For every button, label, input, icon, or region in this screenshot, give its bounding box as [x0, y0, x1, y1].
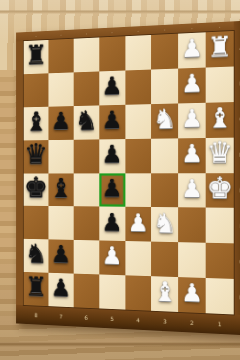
square-h6[interactable] — [73, 274, 99, 309]
piece-black-pawn-g7[interactable]: ♟ — [51, 243, 71, 267]
square-c1[interactable]: ♝ — [206, 102, 234, 138]
square-g2[interactable] — [178, 242, 205, 278]
square-h5[interactable] — [99, 275, 125, 310]
square-e4[interactable] — [125, 173, 151, 207]
piece-black-pawn-c7[interactable]: ♟ — [51, 109, 71, 133]
square-a1[interactable]: ♜ — [206, 31, 234, 67]
piece-white-rook-a1[interactable]: ♜ — [207, 33, 232, 62]
piece-black-king-e8[interactable]: ♚ — [24, 174, 48, 202]
chess-app-screen: ♜♟♜♟♟♝♟♞♟♞♟♝♛♟♟♛♚♝♟♟♚♟♟♞♞♟♟♜♟♝♟ BEGINNER… — [0, 0, 240, 360]
file-label-right-B: B — [237, 80, 240, 87]
piece-white-pawn-a2[interactable]: ♟ — [181, 36, 203, 62]
square-g6[interactable] — [73, 240, 99, 274]
square-f6[interactable] — [73, 207, 99, 241]
piece-white-bishop-h3[interactable]: ♝ — [153, 278, 177, 306]
square-d8[interactable]: ♛ — [24, 140, 49, 173]
square-d5[interactable]: ♟ — [99, 139, 125, 173]
chess-board-grid[interactable]: ♜♟♜♟♟♝♟♞♟♞♟♝♛♟♟♛♚♝♟♟♚♟♟♞♞♟♟♜♟♝♟ — [24, 31, 234, 315]
piece-black-pawn-d5[interactable]: ♟ — [101, 142, 122, 166]
file-label-right-D: D — [237, 151, 240, 158]
frame-mark-top-2: · — [57, 32, 64, 38]
rank-label-bottom-8: 8 — [31, 312, 41, 319]
square-g8[interactable]: ♞ — [24, 239, 49, 273]
square-a8[interactable]: ♜ — [24, 40, 49, 74]
square-b2[interactable]: ♟ — [178, 67, 205, 103]
piece-white-pawn-e2[interactable]: ♟ — [181, 176, 203, 201]
frame-mark-top-6: · — [161, 27, 168, 33]
square-a2[interactable]: ♟ — [178, 32, 205, 68]
square-g7[interactable]: ♟ — [48, 240, 73, 274]
square-e8[interactable]: ♚ — [24, 173, 49, 206]
piece-black-queen-d8[interactable]: ♛ — [24, 140, 48, 168]
square-e6[interactable] — [73, 173, 99, 207]
square-e5[interactable]: ♟ — [99, 173, 125, 207]
piece-black-knight-g8[interactable]: ♞ — [25, 241, 47, 268]
rank-label-bottom-4: 4 — [133, 316, 144, 323]
rank-label-bottom-6: 6 — [81, 314, 92, 321]
frame-mark-top-7: · — [188, 25, 196, 31]
square-c5[interactable]: ♟ — [99, 105, 125, 140]
piece-white-pawn-b2[interactable]: ♟ — [181, 71, 203, 96]
piece-black-pawn-e5[interactable]: ♟ — [101, 176, 122, 200]
piece-white-pawn-g5[interactable]: ♟ — [101, 244, 122, 269]
square-c2[interactable]: ♟ — [178, 103, 205, 138]
square-a4[interactable] — [125, 35, 151, 70]
frame-mark-top-4: · — [108, 29, 115, 35]
file-label-right-A: A — [237, 44, 240, 51]
square-b3[interactable] — [151, 68, 178, 103]
frame-mark-top-1: · — [33, 33, 40, 39]
square-h7[interactable]: ♟ — [48, 273, 73, 307]
square-e2[interactable]: ♟ — [178, 173, 205, 208]
square-c4[interactable] — [125, 104, 151, 139]
file-label-right-F: F — [237, 222, 240, 229]
piece-white-king-e1[interactable]: ♚ — [206, 173, 233, 203]
frame-mark-top-3: · — [83, 31, 90, 37]
square-d3[interactable] — [151, 138, 178, 173]
square-b5[interactable]: ♟ — [99, 70, 125, 105]
square-h4[interactable] — [125, 275, 151, 310]
square-f1[interactable] — [206, 208, 234, 244]
frame-mark-top-8: · — [216, 24, 224, 30]
square-b1[interactable] — [206, 66, 234, 102]
square-g4[interactable] — [125, 241, 151, 276]
square-f3[interactable]: ♞ — [151, 207, 178, 242]
square-h1[interactable] — [206, 278, 234, 314]
rank-label-bottom-5: 5 — [107, 315, 118, 322]
square-f7[interactable] — [48, 206, 73, 240]
file-label-right-E: E — [237, 187, 240, 194]
piece-black-knight-c6[interactable]: ♞ — [75, 107, 98, 134]
square-c7[interactable]: ♟ — [48, 106, 73, 140]
piece-black-pawn-h7[interactable]: ♟ — [51, 276, 71, 300]
rank-label-bottom-7: 7 — [56, 313, 66, 320]
square-h2[interactable]: ♟ — [178, 277, 205, 313]
rank-label-bottom-3: 3 — [159, 318, 170, 325]
square-a6[interactable] — [73, 37, 99, 72]
piece-white-pawn-c2[interactable]: ♟ — [181, 106, 203, 131]
square-f5[interactable]: ♟ — [99, 207, 125, 241]
square-g3[interactable] — [151, 242, 178, 277]
square-f2[interactable] — [178, 208, 205, 243]
square-d6[interactable] — [73, 139, 99, 173]
square-e7[interactable]: ♝ — [48, 173, 73, 207]
piece-white-bishop-c1[interactable]: ♝ — [207, 104, 232, 132]
file-label-right-C: C — [237, 115, 240, 122]
board-3d-wrapper: ♜♟♜♟♟♝♟♞♟♞♟♝♛♟♟♛♚♝♟♟♚♟♟♞♞♟♟♜♟♝♟ BEGINNER… — [16, 20, 240, 335]
square-d7[interactable] — [48, 139, 73, 173]
piece-white-queen-d1[interactable]: ♛ — [206, 138, 233, 168]
square-h3[interactable]: ♝ — [151, 276, 178, 312]
square-b7[interactable] — [48, 72, 73, 106]
square-e1[interactable]: ♚ — [206, 173, 234, 208]
square-a5[interactable] — [99, 36, 125, 71]
square-d1[interactable]: ♛ — [206, 137, 234, 172]
square-b6[interactable] — [73, 71, 99, 106]
square-c3[interactable]: ♞ — [151, 103, 178, 138]
square-c8[interactable]: ♝ — [24, 106, 49, 140]
square-b8[interactable] — [24, 73, 49, 107]
piece-white-knight-f3[interactable]: ♞ — [153, 209, 177, 237]
square-h8[interactable]: ♜ — [24, 272, 49, 306]
piece-black-rook-a8[interactable]: ♜ — [25, 42, 47, 69]
square-f8[interactable] — [24, 206, 49, 240]
square-g1[interactable] — [206, 243, 234, 279]
board-frame-right-face — [234, 20, 240, 335]
piece-white-knight-c3[interactable]: ♞ — [153, 105, 177, 133]
square-c6[interactable]: ♞ — [73, 105, 99, 139]
rank-label-bottom-1: 1 — [214, 320, 226, 327]
square-e3[interactable] — [151, 173, 178, 208]
piece-black-pawn-f5[interactable]: ♟ — [101, 210, 122, 234]
piece-white-pawn-d2[interactable]: ♟ — [181, 141, 203, 166]
file-label-right-H: H — [237, 293, 240, 300]
square-b4[interactable] — [125, 69, 151, 104]
piece-black-bishop-c8[interactable]: ♝ — [25, 108, 47, 134]
piece-black-bishop-e7[interactable]: ♝ — [50, 175, 73, 201]
square-d4[interactable] — [125, 138, 151, 173]
square-a7[interactable] — [48, 39, 73, 73]
piece-black-pawn-b5[interactable]: ♟ — [101, 74, 122, 99]
piece-white-pawn-f4[interactable]: ♟ — [127, 210, 148, 235]
board-frame: ♜♟♜♟♟♝♟♞♟♞♟♝♛♟♟♛♚♝♟♟♚♟♟♞♞♟♟♜♟♝♟ BEGINNER… — [16, 20, 240, 335]
piece-black-pawn-c5[interactable]: ♟ — [101, 108, 122, 132]
piece-white-pawn-h2[interactable]: ♟ — [181, 281, 203, 307]
square-d2[interactable]: ♟ — [178, 138, 205, 173]
rank-label-bottom-2: 2 — [186, 319, 197, 326]
frame-mark-top-5: · — [134, 28, 141, 34]
piece-black-rook-h8[interactable]: ♜ — [25, 274, 47, 301]
file-label-right-G: G — [237, 258, 240, 265]
square-a3[interactable] — [151, 34, 178, 70]
square-g5[interactable]: ♟ — [99, 241, 125, 276]
square-f4[interactable]: ♟ — [125, 207, 151, 242]
